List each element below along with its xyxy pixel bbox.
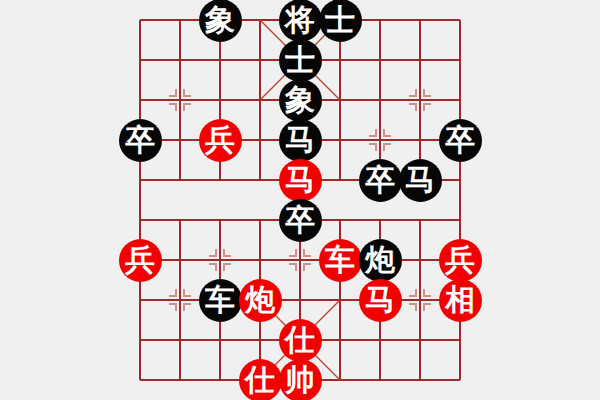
piece-red-elephant[interactable]: 相 <box>439 279 482 322</box>
piece-red-soldier[interactable]: 兵 <box>199 119 242 162</box>
piece-black-soldier[interactable]: 卒 <box>439 119 482 162</box>
piece-black-soldier[interactable]: 卒 <box>119 119 162 162</box>
piece-black-soldier[interactable]: 卒 <box>279 199 322 242</box>
piece-black-general[interactable]: 将 <box>279 0 322 42</box>
piece-black-horse[interactable]: 马 <box>399 159 442 202</box>
piece-black-cannon[interactable]: 炮 <box>359 239 402 282</box>
piece-red-soldier[interactable]: 兵 <box>119 239 162 282</box>
piece-red-advisor[interactable]: 仕 <box>279 319 322 362</box>
piece-black-soldier[interactable]: 卒 <box>359 159 402 202</box>
xiangqi-board: 象将士士象卒兵马卒马卒马卒兵车炮兵车炮马相仕仕帅 <box>0 0 600 400</box>
piece-black-elephant[interactable]: 象 <box>279 79 322 122</box>
piece-red-chariot[interactable]: 车 <box>319 239 362 282</box>
piece-black-advisor[interactable]: 士 <box>279 39 322 82</box>
piece-red-horse[interactable]: 马 <box>359 279 402 322</box>
piece-red-general[interactable]: 帅 <box>279 359 322 400</box>
piece-red-advisor[interactable]: 仕 <box>239 359 282 400</box>
piece-red-cannon[interactable]: 炮 <box>239 279 282 322</box>
piece-black-advisor[interactable]: 士 <box>319 0 362 42</box>
piece-black-elephant[interactable]: 象 <box>199 0 242 42</box>
piece-black-chariot[interactable]: 车 <box>199 279 242 322</box>
piece-red-horse[interactable]: 马 <box>279 159 322 202</box>
piece-red-soldier[interactable]: 兵 <box>439 239 482 282</box>
piece-black-horse[interactable]: 马 <box>279 119 322 162</box>
